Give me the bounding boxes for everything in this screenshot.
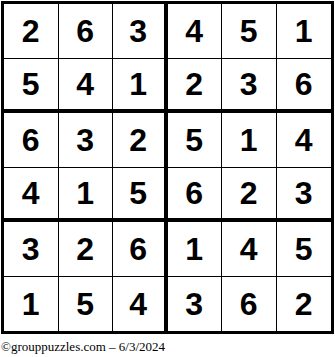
cell-r1c3[interactable]: 3	[113, 4, 168, 59]
cell-r6c1[interactable]: 1	[4, 277, 59, 332]
cell-r3c4[interactable]: 5	[168, 113, 223, 168]
cell-r2c6[interactable]: 6	[277, 59, 332, 114]
cell-r6c2[interactable]: 5	[59, 277, 114, 332]
cell-r5c6[interactable]: 5	[277, 222, 332, 277]
cell-r4c5[interactable]: 2	[222, 168, 277, 223]
cell-r3c1[interactable]: 6	[4, 113, 59, 168]
cell-r4c2[interactable]: 1	[59, 168, 114, 223]
cell-r5c1[interactable]: 3	[4, 222, 59, 277]
cell-r2c4[interactable]: 2	[168, 59, 223, 114]
cell-r5c5[interactable]: 4	[222, 222, 277, 277]
cell-r2c1[interactable]: 5	[4, 59, 59, 114]
cell-r3c2[interactable]: 3	[59, 113, 114, 168]
cell-r5c3[interactable]: 6	[113, 222, 168, 277]
cell-r4c1[interactable]: 4	[4, 168, 59, 223]
cell-r1c5[interactable]: 5	[222, 4, 277, 59]
copyright-text: ©grouppuzzles.com – 6/3/2024	[1, 339, 165, 355]
cell-r6c5[interactable]: 6	[222, 277, 277, 332]
cell-r5c2[interactable]: 2	[59, 222, 114, 277]
cell-r4c3[interactable]: 5	[113, 168, 168, 223]
cell-r6c4[interactable]: 3	[168, 277, 223, 332]
cell-r3c6[interactable]: 4	[277, 113, 332, 168]
cell-r4c6[interactable]: 3	[277, 168, 332, 223]
cell-r2c5[interactable]: 3	[222, 59, 277, 114]
cell-r4c4[interactable]: 6	[168, 168, 223, 223]
cell-r3c3[interactable]: 2	[113, 113, 168, 168]
cell-r1c2[interactable]: 6	[59, 4, 114, 59]
cell-r3c5[interactable]: 1	[222, 113, 277, 168]
cell-r6c6[interactable]: 2	[277, 277, 332, 332]
cell-r1c4[interactable]: 4	[168, 4, 223, 59]
cell-r2c3[interactable]: 1	[113, 59, 168, 114]
cell-r5c4[interactable]: 1	[168, 222, 223, 277]
cell-r6c3[interactable]: 4	[113, 277, 168, 332]
cell-r1c6[interactable]: 1	[277, 4, 332, 59]
sudoku-board: 263451541236632514415623326145154362	[1, 1, 334, 334]
cell-r1c1[interactable]: 2	[4, 4, 59, 59]
cell-r2c2[interactable]: 4	[59, 59, 114, 114]
